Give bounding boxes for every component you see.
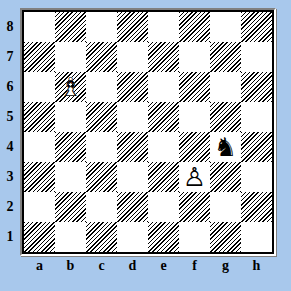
square-d5[interactable]: [117, 102, 148, 132]
square-b2[interactable]: [55, 192, 86, 222]
square-h7[interactable]: [241, 42, 272, 72]
square-f1[interactable]: [179, 222, 210, 252]
file-label-d: d: [117, 258, 148, 274]
square-c8[interactable]: [86, 12, 117, 42]
file-label-e: e: [148, 258, 179, 274]
square-d2[interactable]: [117, 192, 148, 222]
square-c3[interactable]: [86, 162, 117, 192]
square-h3[interactable]: [241, 162, 272, 192]
square-g4[interactable]: ♞: [210, 132, 241, 162]
square-b5[interactable]: [55, 102, 86, 132]
file-label-b: b: [55, 258, 86, 274]
square-h4[interactable]: [241, 132, 272, 162]
chess-diagram: 87654321 ♝♗♞♟♙ abcdefgh: [0, 0, 291, 291]
square-g8[interactable]: [210, 12, 241, 42]
square-g1[interactable]: [210, 222, 241, 252]
square-f2[interactable]: [179, 192, 210, 222]
square-b8[interactable]: [55, 12, 86, 42]
rank-label-5: 5: [0, 102, 20, 132]
square-e5[interactable]: [148, 102, 179, 132]
square-f4[interactable]: [179, 132, 210, 162]
square-d1[interactable]: [117, 222, 148, 252]
square-e6[interactable]: [148, 72, 179, 102]
square-b7[interactable]: [55, 42, 86, 72]
square-a4[interactable]: [24, 132, 55, 162]
rank-labels: 87654321: [0, 12, 20, 252]
square-a1[interactable]: [24, 222, 55, 252]
rank-label-7: 7: [0, 42, 20, 72]
square-h5[interactable]: [241, 102, 272, 132]
square-c7[interactable]: [86, 42, 117, 72]
square-e1[interactable]: [148, 222, 179, 252]
square-g2[interactable]: [210, 192, 241, 222]
square-e2[interactable]: [148, 192, 179, 222]
square-a6[interactable]: [24, 72, 55, 102]
square-f5[interactable]: [179, 102, 210, 132]
square-b6[interactable]: ♝♗: [55, 72, 86, 102]
rank-label-1: 1: [0, 222, 20, 252]
square-c6[interactable]: [86, 72, 117, 102]
square-f8[interactable]: [179, 12, 210, 42]
piece-glyph: ♙: [179, 162, 210, 192]
board-frame: ♝♗♞♟♙: [20, 8, 276, 256]
piece-glyph: ♗: [55, 72, 86, 102]
square-e8[interactable]: [148, 12, 179, 42]
white-pawn-piece[interactable]: ♟♙: [179, 162, 210, 192]
square-d4[interactable]: [117, 132, 148, 162]
square-g5[interactable]: [210, 102, 241, 132]
square-h2[interactable]: [241, 192, 272, 222]
square-e7[interactable]: [148, 42, 179, 72]
square-g7[interactable]: [210, 42, 241, 72]
square-h1[interactable]: [241, 222, 272, 252]
square-c2[interactable]: [86, 192, 117, 222]
square-f7[interactable]: [179, 42, 210, 72]
square-h8[interactable]: [241, 12, 272, 42]
square-e3[interactable]: [148, 162, 179, 192]
file-label-f: f: [179, 258, 210, 274]
square-a2[interactable]: [24, 192, 55, 222]
file-label-h: h: [241, 258, 272, 274]
black-knight-piece[interactable]: ♞: [210, 132, 241, 162]
rank-label-6: 6: [0, 72, 20, 102]
square-e4[interactable]: [148, 132, 179, 162]
square-b1[interactable]: [55, 222, 86, 252]
square-a5[interactable]: [24, 102, 55, 132]
rank-label-4: 4: [0, 132, 20, 162]
square-f3[interactable]: ♟♙: [179, 162, 210, 192]
square-d3[interactable]: [117, 162, 148, 192]
rank-label-2: 2: [0, 192, 20, 222]
square-f6[interactable]: [179, 72, 210, 102]
piece-glyph: ♞: [210, 132, 241, 162]
file-label-c: c: [86, 258, 117, 274]
square-c5[interactable]: [86, 102, 117, 132]
chess-board: ♝♗♞♟♙: [24, 12, 272, 252]
rank-label-8: 8: [0, 12, 20, 42]
square-d6[interactable]: [117, 72, 148, 102]
file-label-g: g: [210, 258, 241, 274]
square-g6[interactable]: [210, 72, 241, 102]
square-h6[interactable]: [241, 72, 272, 102]
rank-label-3: 3: [0, 162, 20, 192]
square-b4[interactable]: [55, 132, 86, 162]
file-label-a: a: [24, 258, 55, 274]
file-labels: abcdefgh: [24, 258, 272, 274]
square-a7[interactable]: [24, 42, 55, 72]
square-a8[interactable]: [24, 12, 55, 42]
square-d7[interactable]: [117, 42, 148, 72]
square-g3[interactable]: [210, 162, 241, 192]
square-c1[interactable]: [86, 222, 117, 252]
board-inner-border: ♝♗♞♟♙: [22, 10, 274, 254]
white-bishop-piece[interactable]: ♝♗: [55, 72, 86, 102]
square-a3[interactable]: [24, 162, 55, 192]
square-d8[interactable]: [117, 12, 148, 42]
square-b3[interactable]: [55, 162, 86, 192]
square-c4[interactable]: [86, 132, 117, 162]
